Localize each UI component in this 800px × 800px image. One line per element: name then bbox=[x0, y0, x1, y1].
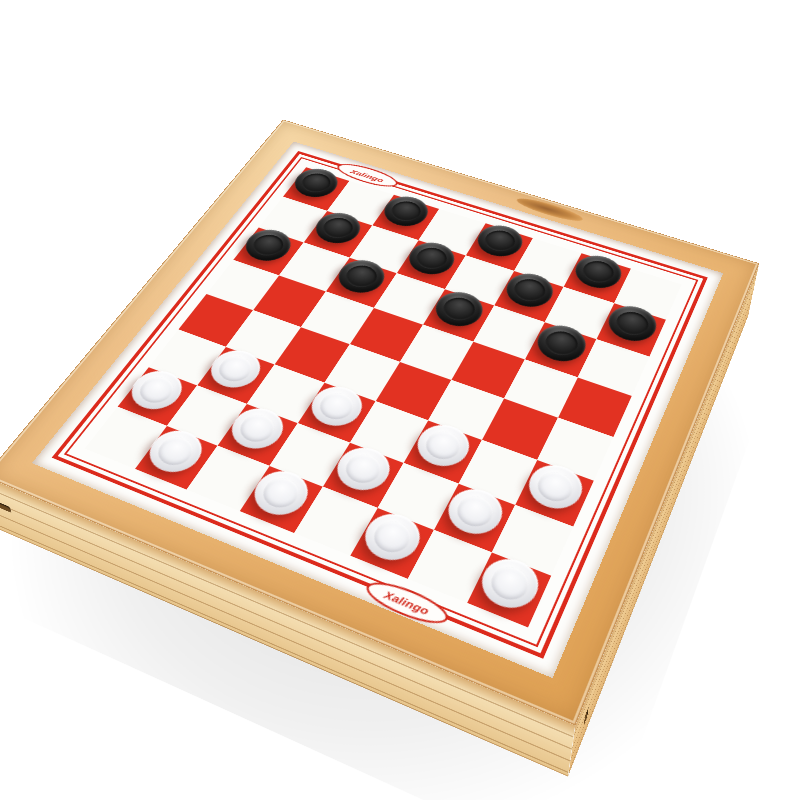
product-photo-stage: Xalingo Xalingo ⛂⛂⛂⛂⛂⛂⛂⛂⛂⛂⛂⛂⛀⛀⛀⛀⛀⛀⛀⛀⛀⛀⛀⛀ bbox=[0, 0, 800, 800]
brand-logo-bottom-text: Xalingo bbox=[382, 589, 431, 617]
finger-notch-front bbox=[0, 501, 11, 513]
scene: Xalingo Xalingo ⛂⛂⛂⛂⛂⛂⛂⛂⛂⛂⛂⛂⛀⛀⛀⛀⛀⛀⛀⛀⛀⛀⛀⛀ bbox=[0, 0, 800, 800]
brand-logo-top-text: Xalingo bbox=[349, 168, 385, 184]
wooden-game-box: Xalingo Xalingo ⛂⛂⛂⛂⛂⛂⛂⛂⛂⛂⛂⛂⛀⛀⛀⛀⛀⛀⛀⛀⛀⛀⛀⛀ bbox=[0, 120, 759, 726]
finger-notch-right bbox=[583, 707, 588, 726]
